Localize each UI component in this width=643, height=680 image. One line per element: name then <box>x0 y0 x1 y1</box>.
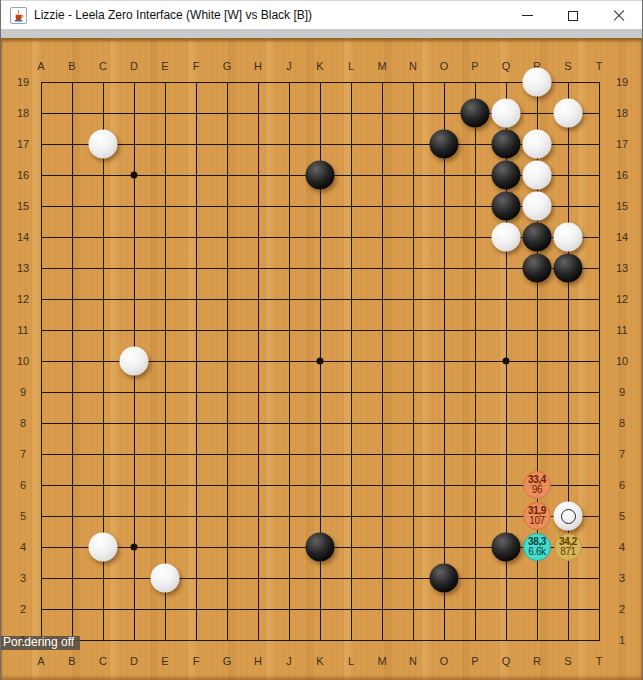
white-stone <box>151 564 180 593</box>
white-stone <box>523 68 552 97</box>
coordinate-label-bottom: O <box>440 655 449 667</box>
coordinate-label-left: 18 <box>17 107 29 119</box>
coordinate-label-right: 4 <box>619 541 625 553</box>
coordinate-label-bottom: H <box>254 655 262 667</box>
coordinate-label-right: 1 <box>619 634 625 646</box>
white-stone <box>492 223 521 252</box>
coordinate-label-top: G <box>223 60 232 72</box>
go-board[interactable]: Pondering off AABBCCDDEEFFGGHHJJKKLLMMNN… <box>1 38 642 680</box>
white-stone <box>120 347 149 376</box>
hint-visits: 96 <box>532 485 542 495</box>
black-stone <box>492 533 521 562</box>
coordinate-label-bottom: B <box>68 655 75 667</box>
black-stone <box>554 254 583 283</box>
window-title: Lizzie - Leela Zero Interface (White [W]… <box>34 8 312 22</box>
coordinate-label-left: 11 <box>17 324 28 336</box>
coordinate-label-top: J <box>286 60 292 72</box>
coordinate-label-right: 7 <box>619 448 625 460</box>
analysis-move-circle[interactable]: 34,2871 <box>554 533 582 561</box>
coordinate-label-bottom: K <box>316 655 323 667</box>
coordinate-label-right: 11 <box>616 324 627 336</box>
coordinate-label-left: 2 <box>20 603 26 615</box>
minimize-icon <box>522 15 533 16</box>
coordinate-label-left: 1 <box>20 634 26 646</box>
black-stone <box>492 130 521 159</box>
minimize-button[interactable] <box>504 1 550 30</box>
black-stone <box>523 254 552 283</box>
coordinate-label-right: 8 <box>619 417 625 429</box>
coordinate-label-top: O <box>440 60 449 72</box>
coordinate-label-left: 5 <box>20 510 26 522</box>
title-bar[interactable]: Lizzie - Leela Zero Interface (White [W]… <box>1 0 642 29</box>
coordinate-label-bottom: R <box>533 655 541 667</box>
close-button[interactable] <box>596 1 642 30</box>
coordinate-label-top: H <box>254 60 262 72</box>
coordinate-label-bottom: P <box>471 655 478 667</box>
coordinate-label-left: 12 <box>17 293 29 305</box>
coordinate-label-top: C <box>99 60 107 72</box>
black-stone <box>461 99 490 128</box>
coordinate-label-left: 6 <box>20 479 26 491</box>
maximize-button[interactable] <box>550 1 596 30</box>
coordinate-label-top: E <box>161 60 168 72</box>
black-stone <box>306 533 335 562</box>
coordinate-label-left: 3 <box>20 572 26 584</box>
coordinate-label-top: P <box>471 60 478 72</box>
coordinate-label-bottom: F <box>193 655 200 667</box>
black-stone <box>523 223 552 252</box>
coordinate-label-bottom: N <box>409 655 417 667</box>
window-controls <box>504 1 642 30</box>
star-point <box>131 172 138 179</box>
close-icon <box>613 10 625 22</box>
coordinate-label-left: 13 <box>17 262 29 274</box>
coordinate-label-top: Q <box>502 60 511 72</box>
star-point <box>503 358 510 365</box>
coordinate-label-right: 15 <box>616 200 628 212</box>
coordinate-label-right: 9 <box>619 386 625 398</box>
coordinate-label-top: F <box>193 60 200 72</box>
coordinate-label-right: 14 <box>616 231 628 243</box>
coordinate-label-left: 17 <box>17 138 29 150</box>
white-stone <box>554 223 583 252</box>
coordinate-label-bottom: J <box>286 655 292 667</box>
white-stone <box>523 130 552 159</box>
coordinate-label-left: 16 <box>17 169 29 181</box>
coordinate-label-left: 14 <box>17 231 29 243</box>
coordinate-label-bottom: G <box>223 655 232 667</box>
coordinate-label-right: 18 <box>616 107 628 119</box>
coordinate-label-right: 2 <box>619 603 625 615</box>
coordinate-label-top: K <box>316 60 323 72</box>
black-stone <box>492 192 521 221</box>
coordinate-label-bottom: E <box>161 655 168 667</box>
coordinate-label-bottom: L <box>348 655 354 667</box>
coordinate-label-top: N <box>409 60 417 72</box>
hint-visits: 6.6k <box>528 547 545 557</box>
white-stone <box>523 161 552 190</box>
coordinate-label-left: 19 <box>17 76 29 88</box>
coordinate-label-right: 16 <box>616 169 628 181</box>
coordinate-label-right: 6 <box>619 479 625 491</box>
coordinate-label-right: 17 <box>616 138 628 150</box>
black-stone <box>306 161 335 190</box>
coordinate-label-bottom: Q <box>502 655 511 667</box>
window-frame-strip <box>1 29 642 38</box>
black-stone <box>492 161 521 190</box>
hint-visits: 107 <box>529 516 545 526</box>
last-move-marker <box>561 509 576 524</box>
analysis-move-circle[interactable]: 31,9107 <box>523 502 551 530</box>
white-stone <box>492 99 521 128</box>
coordinate-label-top: S <box>564 60 571 72</box>
coordinate-label-top: L <box>348 60 354 72</box>
coordinate-label-bottom: S <box>564 655 571 667</box>
coordinate-label-bottom: D <box>130 655 138 667</box>
white-stone <box>554 99 583 128</box>
white-stone <box>89 533 118 562</box>
coordinate-label-top: T <box>596 60 603 72</box>
analysis-move-circle[interactable]: 38,36.6k <box>523 533 551 561</box>
coordinate-label-top: A <box>37 60 44 72</box>
coordinate-label-right: 19 <box>616 76 628 88</box>
coordinate-label-right: 5 <box>619 510 625 522</box>
hint-visits: 871 <box>560 547 576 557</box>
status-bar: Pondering off <box>1 636 80 650</box>
star-point <box>317 358 324 365</box>
maximize-icon <box>568 11 578 21</box>
coordinate-label-bottom: T <box>596 655 603 667</box>
analysis-move-circle[interactable]: 33,496 <box>523 471 551 499</box>
app-window: Lizzie - Leela Zero Interface (White [W]… <box>0 0 643 680</box>
coordinate-label-left: 15 <box>17 200 29 212</box>
coordinate-label-right: 13 <box>616 262 628 274</box>
coordinate-label-right: 10 <box>616 355 628 367</box>
coordinate-label-top: B <box>68 60 75 72</box>
black-stone <box>430 130 459 159</box>
coordinate-label-bottom: A <box>37 655 44 667</box>
coordinate-label-right: 12 <box>616 293 628 305</box>
coordinate-label-left: 4 <box>20 541 26 553</box>
coordinate-label-left: 9 <box>20 386 26 398</box>
star-point <box>131 544 138 551</box>
white-stone <box>89 130 118 159</box>
coordinate-label-top: D <box>130 60 138 72</box>
coordinate-label-right: 3 <box>619 572 625 584</box>
coordinate-label-left: 10 <box>17 355 29 367</box>
java-coffee-cup-icon <box>10 7 27 24</box>
white-stone <box>554 502 583 531</box>
pondering-status: Pondering off <box>3 635 74 649</box>
coordinate-label-bottom: M <box>377 655 386 667</box>
white-stone <box>523 192 552 221</box>
coordinate-label-bottom: C <box>99 655 107 667</box>
black-stone <box>430 564 459 593</box>
coordinate-label-left: 8 <box>20 417 26 429</box>
coordinate-label-top: M <box>377 60 386 72</box>
coordinate-label-left: 7 <box>20 448 26 460</box>
